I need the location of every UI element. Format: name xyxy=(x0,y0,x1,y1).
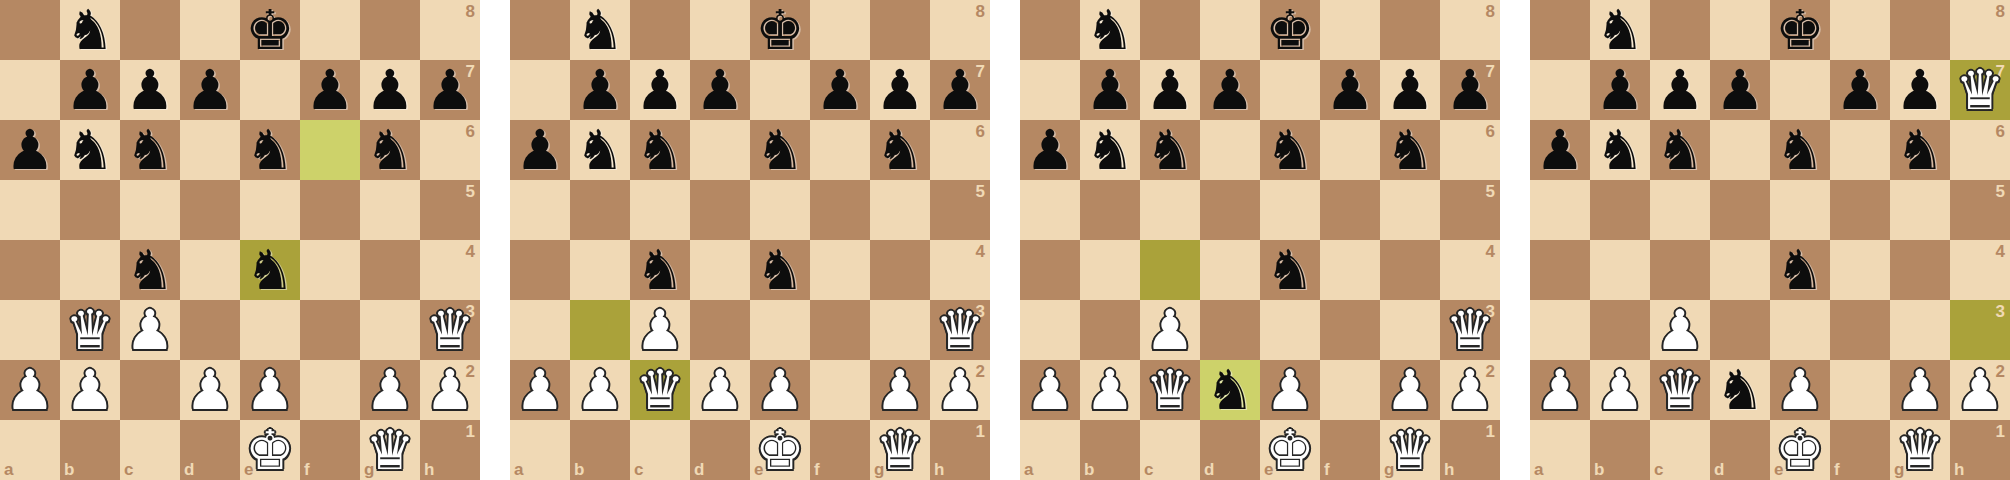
square-b5[interactable] xyxy=(1590,180,1650,240)
square-b4[interactable] xyxy=(1080,240,1140,300)
white-queen[interactable]: ♛ xyxy=(60,300,120,360)
square-b3[interactable] xyxy=(1590,300,1650,360)
square-a1[interactable]: a xyxy=(1020,420,1080,480)
square-d2[interactable]: ♟ xyxy=(690,360,750,420)
white-queen[interactable]: ♛ xyxy=(1440,300,1500,360)
square-b3[interactable] xyxy=(570,300,630,360)
square-a7[interactable] xyxy=(1020,60,1080,120)
square-e6[interactable]: ♞ xyxy=(240,120,300,180)
black-pawn[interactable]: ♟ xyxy=(1380,60,1440,120)
black-knight[interactable]: ♞ xyxy=(1260,240,1320,300)
square-e1[interactable]: e♚ xyxy=(1770,420,1830,480)
square-d5[interactable] xyxy=(180,180,240,240)
square-d5[interactable] xyxy=(1200,180,1260,240)
square-b8[interactable]: ♞ xyxy=(60,0,120,60)
black-king[interactable]: ♚ xyxy=(1260,0,1320,60)
square-f2[interactable] xyxy=(1830,360,1890,420)
square-b6[interactable]: ♞ xyxy=(1590,120,1650,180)
white-pawn[interactable]: ♟ xyxy=(1530,360,1590,420)
square-f8[interactable] xyxy=(1830,0,1890,60)
square-e3[interactable] xyxy=(1260,300,1320,360)
square-c2[interactable] xyxy=(120,360,180,420)
square-g6[interactable]: ♞ xyxy=(870,120,930,180)
square-d4[interactable] xyxy=(1200,240,1260,300)
square-e5[interactable] xyxy=(240,180,300,240)
square-g3[interactable] xyxy=(360,300,420,360)
square-c4[interactable]: ♞ xyxy=(630,240,690,300)
square-e7[interactable] xyxy=(1770,60,1830,120)
square-e4[interactable]: ♞ xyxy=(1260,240,1320,300)
square-c3[interactable]: ♟ xyxy=(630,300,690,360)
square-b5[interactable] xyxy=(570,180,630,240)
square-e8[interactable]: ♚ xyxy=(1770,0,1830,60)
square-g6[interactable]: ♞ xyxy=(1890,120,1950,180)
square-d4[interactable] xyxy=(180,240,240,300)
square-e2[interactable]: ♟ xyxy=(1770,360,1830,420)
black-pawn[interactable]: ♟ xyxy=(60,60,120,120)
black-knight[interactable]: ♞ xyxy=(1080,120,1140,180)
white-pawn[interactable]: ♟ xyxy=(1260,360,1320,420)
square-d7[interactable]: ♟ xyxy=(1200,60,1260,120)
square-b4[interactable] xyxy=(570,240,630,300)
square-b6[interactable]: ♞ xyxy=(60,120,120,180)
square-g4[interactable] xyxy=(1380,240,1440,300)
square-h3[interactable]: 3 xyxy=(1950,300,2010,360)
square-b8[interactable]: ♞ xyxy=(1080,0,1140,60)
square-a8[interactable] xyxy=(0,0,60,60)
black-knight[interactable]: ♞ xyxy=(750,120,810,180)
square-d1[interactable]: d xyxy=(1710,420,1770,480)
square-c6[interactable]: ♞ xyxy=(1140,120,1200,180)
black-pawn[interactable]: ♟ xyxy=(510,120,570,180)
square-e2[interactable]: ♟ xyxy=(240,360,300,420)
black-pawn[interactable]: ♟ xyxy=(690,60,750,120)
square-f6[interactable] xyxy=(1830,120,1890,180)
square-h1[interactable]: 1h xyxy=(1440,420,1500,480)
black-pawn[interactable]: ♟ xyxy=(1590,60,1650,120)
square-h7[interactable]: 7♟ xyxy=(930,60,990,120)
black-knight[interactable]: ♞ xyxy=(870,120,930,180)
square-g5[interactable] xyxy=(870,180,930,240)
square-e1[interactable]: e♚ xyxy=(750,420,810,480)
black-pawn[interactable]: ♟ xyxy=(420,60,480,120)
square-b4[interactable] xyxy=(60,240,120,300)
square-b2[interactable]: ♟ xyxy=(1080,360,1140,420)
square-c8[interactable] xyxy=(1140,0,1200,60)
white-queen[interactable]: ♛ xyxy=(1140,360,1200,420)
black-king[interactable]: ♚ xyxy=(1770,0,1830,60)
black-pawn[interactable]: ♟ xyxy=(360,60,420,120)
black-pawn[interactable]: ♟ xyxy=(1890,60,1950,120)
square-c2[interactable]: ♛ xyxy=(1140,360,1200,420)
square-f7[interactable]: ♟ xyxy=(300,60,360,120)
square-h6[interactable]: 6 xyxy=(930,120,990,180)
black-pawn[interactable]: ♟ xyxy=(300,60,360,120)
square-h5[interactable]: 5 xyxy=(1950,180,2010,240)
black-knight[interactable]: ♞ xyxy=(1200,360,1260,420)
square-f8[interactable] xyxy=(1320,0,1380,60)
square-h3[interactable]: 3♛ xyxy=(930,300,990,360)
square-d5[interactable] xyxy=(690,180,750,240)
square-c4[interactable] xyxy=(1650,240,1710,300)
square-c4[interactable]: ♞ xyxy=(120,240,180,300)
black-pawn[interactable]: ♟ xyxy=(870,60,930,120)
white-pawn[interactable]: ♟ xyxy=(510,360,570,420)
black-pawn[interactable]: ♟ xyxy=(1320,60,1380,120)
square-g1[interactable]: g♛ xyxy=(1380,420,1440,480)
square-d8[interactable] xyxy=(180,0,240,60)
square-c1[interactable]: c xyxy=(120,420,180,480)
square-h1[interactable]: 1h xyxy=(930,420,990,480)
square-f7[interactable]: ♟ xyxy=(1830,60,1890,120)
black-king[interactable]: ♚ xyxy=(240,0,300,60)
square-h6[interactable]: 6 xyxy=(1440,120,1500,180)
white-pawn[interactable]: ♟ xyxy=(1590,360,1650,420)
square-b3[interactable] xyxy=(1080,300,1140,360)
white-queen[interactable]: ♛ xyxy=(1890,420,1950,480)
black-pawn[interactable]: ♟ xyxy=(1440,60,1500,120)
square-g5[interactable] xyxy=(1380,180,1440,240)
square-h1[interactable]: 1h xyxy=(420,420,480,480)
square-c3[interactable]: ♟ xyxy=(120,300,180,360)
square-e4[interactable]: ♞ xyxy=(1770,240,1830,300)
black-knight[interactable]: ♞ xyxy=(60,120,120,180)
square-h7[interactable]: 7♛ xyxy=(1950,60,2010,120)
square-h8[interactable]: 8 xyxy=(420,0,480,60)
white-pawn[interactable]: ♟ xyxy=(1440,360,1500,420)
square-d8[interactable] xyxy=(1710,0,1770,60)
square-a8[interactable] xyxy=(1020,0,1080,60)
black-knight[interactable]: ♞ xyxy=(750,240,810,300)
black-knight[interactable]: ♞ xyxy=(570,120,630,180)
square-g3[interactable] xyxy=(870,300,930,360)
square-g4[interactable] xyxy=(1890,240,1950,300)
square-a4[interactable] xyxy=(1530,240,1590,300)
white-pawn[interactable]: ♟ xyxy=(1650,300,1710,360)
square-a6[interactable]: ♟ xyxy=(1530,120,1590,180)
white-queen[interactable]: ♛ xyxy=(870,420,930,480)
square-b5[interactable] xyxy=(1080,180,1140,240)
square-b3[interactable]: ♛ xyxy=(60,300,120,360)
white-pawn[interactable]: ♟ xyxy=(1080,360,1140,420)
square-e2[interactable]: ♟ xyxy=(1260,360,1320,420)
square-g2[interactable]: ♟ xyxy=(1890,360,1950,420)
square-g1[interactable]: g♛ xyxy=(1890,420,1950,480)
white-pawn[interactable]: ♟ xyxy=(0,360,60,420)
square-a3[interactable] xyxy=(0,300,60,360)
square-f7[interactable]: ♟ xyxy=(810,60,870,120)
white-queen[interactable]: ♛ xyxy=(360,420,420,480)
square-a5[interactable] xyxy=(510,180,570,240)
square-c4[interactable] xyxy=(1140,240,1200,300)
square-g3[interactable] xyxy=(1380,300,1440,360)
white-pawn[interactable]: ♟ xyxy=(930,360,990,420)
white-queen[interactable]: ♛ xyxy=(420,300,480,360)
black-knight[interactable]: ♞ xyxy=(60,0,120,60)
white-pawn[interactable]: ♟ xyxy=(60,360,120,420)
square-g6[interactable]: ♞ xyxy=(360,120,420,180)
square-e8[interactable]: ♚ xyxy=(750,0,810,60)
black-knight[interactable]: ♞ xyxy=(240,120,300,180)
square-e7[interactable] xyxy=(1260,60,1320,120)
square-d1[interactable]: d xyxy=(690,420,750,480)
black-knight[interactable]: ♞ xyxy=(630,120,690,180)
black-knight[interactable]: ♞ xyxy=(120,240,180,300)
square-c5[interactable] xyxy=(630,180,690,240)
square-b8[interactable]: ♞ xyxy=(1590,0,1650,60)
square-c6[interactable]: ♞ xyxy=(120,120,180,180)
black-pawn[interactable]: ♟ xyxy=(1650,60,1710,120)
square-c3[interactable]: ♟ xyxy=(1140,300,1200,360)
square-g2[interactable]: ♟ xyxy=(870,360,930,420)
square-g8[interactable] xyxy=(1380,0,1440,60)
square-d2[interactable]: ♞ xyxy=(1710,360,1770,420)
square-c5[interactable] xyxy=(1140,180,1200,240)
square-c3[interactable]: ♟ xyxy=(1650,300,1710,360)
square-h3[interactable]: 3♛ xyxy=(420,300,480,360)
square-d2[interactable]: ♞ xyxy=(1200,360,1260,420)
square-f4[interactable] xyxy=(1320,240,1380,300)
square-a6[interactable]: ♟ xyxy=(510,120,570,180)
square-h2[interactable]: 2♟ xyxy=(930,360,990,420)
black-knight[interactable]: ♞ xyxy=(1650,120,1710,180)
square-a4[interactable] xyxy=(1020,240,1080,300)
square-h1[interactable]: 1h xyxy=(1950,420,2010,480)
square-e1[interactable]: e♚ xyxy=(1260,420,1320,480)
square-a6[interactable]: ♟ xyxy=(1020,120,1080,180)
square-b1[interactable]: b xyxy=(1590,420,1650,480)
black-knight[interactable]: ♞ xyxy=(1080,0,1140,60)
square-b7[interactable]: ♟ xyxy=(570,60,630,120)
square-g7[interactable]: ♟ xyxy=(360,60,420,120)
square-e5[interactable] xyxy=(1770,180,1830,240)
black-pawn[interactable]: ♟ xyxy=(180,60,240,120)
square-f1[interactable]: f xyxy=(1830,420,1890,480)
black-pawn[interactable]: ♟ xyxy=(570,60,630,120)
square-a6[interactable]: ♟ xyxy=(0,120,60,180)
white-pawn[interactable]: ♟ xyxy=(570,360,630,420)
square-f4[interactable] xyxy=(1830,240,1890,300)
square-c8[interactable] xyxy=(630,0,690,60)
square-h7[interactable]: 7♟ xyxy=(420,60,480,120)
white-king[interactable]: ♚ xyxy=(1260,420,1320,480)
square-e5[interactable] xyxy=(1260,180,1320,240)
square-a1[interactable]: a xyxy=(1530,420,1590,480)
square-g8[interactable] xyxy=(870,0,930,60)
square-a8[interactable] xyxy=(1530,0,1590,60)
black-pawn[interactable]: ♟ xyxy=(930,60,990,120)
square-f1[interactable]: f xyxy=(810,420,870,480)
square-c7[interactable]: ♟ xyxy=(1140,60,1200,120)
square-f4[interactable] xyxy=(300,240,360,300)
square-f8[interactable] xyxy=(810,0,870,60)
square-f4[interactable] xyxy=(810,240,870,300)
white-pawn[interactable]: ♟ xyxy=(120,300,180,360)
square-h2[interactable]: 2♟ xyxy=(1950,360,2010,420)
white-king[interactable]: ♚ xyxy=(1770,420,1830,480)
white-pawn[interactable]: ♟ xyxy=(1770,360,1830,420)
square-d8[interactable] xyxy=(690,0,750,60)
square-e4[interactable]: ♞ xyxy=(750,240,810,300)
square-f6[interactable] xyxy=(300,120,360,180)
square-c8[interactable] xyxy=(120,0,180,60)
black-pawn[interactable]: ♟ xyxy=(1080,60,1140,120)
square-b8[interactable]: ♞ xyxy=(570,0,630,60)
square-b6[interactable]: ♞ xyxy=(1080,120,1140,180)
square-g2[interactable]: ♟ xyxy=(1380,360,1440,420)
square-a4[interactable] xyxy=(0,240,60,300)
square-h4[interactable]: 4 xyxy=(930,240,990,300)
square-e7[interactable] xyxy=(750,60,810,120)
black-pawn[interactable]: ♟ xyxy=(1140,60,1200,120)
square-b1[interactable]: b xyxy=(570,420,630,480)
square-e2[interactable]: ♟ xyxy=(750,360,810,420)
white-pawn[interactable]: ♟ xyxy=(630,300,690,360)
black-king[interactable]: ♚ xyxy=(750,0,810,60)
black-knight[interactable]: ♞ xyxy=(1380,120,1440,180)
square-d7[interactable]: ♟ xyxy=(180,60,240,120)
square-h7[interactable]: 7♟ xyxy=(1440,60,1500,120)
square-g4[interactable] xyxy=(360,240,420,300)
white-king[interactable]: ♚ xyxy=(240,420,300,480)
white-pawn[interactable]: ♟ xyxy=(1380,360,1440,420)
white-pawn[interactable]: ♟ xyxy=(1950,360,2010,420)
square-b1[interactable]: b xyxy=(1080,420,1140,480)
square-g4[interactable] xyxy=(870,240,930,300)
square-b4[interactable] xyxy=(1590,240,1650,300)
square-a1[interactable]: a xyxy=(510,420,570,480)
square-h2[interactable]: 2♟ xyxy=(1440,360,1500,420)
white-pawn[interactable]: ♟ xyxy=(690,360,750,420)
square-f3[interactable] xyxy=(810,300,870,360)
black-pawn[interactable]: ♟ xyxy=(1530,120,1590,180)
square-h8[interactable]: 8 xyxy=(1950,0,2010,60)
square-g8[interactable] xyxy=(1890,0,1950,60)
square-c7[interactable]: ♟ xyxy=(120,60,180,120)
black-pawn[interactable]: ♟ xyxy=(630,60,690,120)
white-pawn[interactable]: ♟ xyxy=(240,360,300,420)
square-f1[interactable]: f xyxy=(300,420,360,480)
black-knight[interactable]: ♞ xyxy=(1770,120,1830,180)
square-d4[interactable] xyxy=(1710,240,1770,300)
square-b5[interactable] xyxy=(60,180,120,240)
square-d3[interactable] xyxy=(1200,300,1260,360)
square-d1[interactable]: d xyxy=(180,420,240,480)
square-b7[interactable]: ♟ xyxy=(1080,60,1140,120)
square-g2[interactable]: ♟ xyxy=(360,360,420,420)
square-d5[interactable] xyxy=(1710,180,1770,240)
square-a7[interactable] xyxy=(0,60,60,120)
square-b2[interactable]: ♟ xyxy=(570,360,630,420)
square-g6[interactable]: ♞ xyxy=(1380,120,1440,180)
square-h6[interactable]: 6 xyxy=(1950,120,2010,180)
square-f5[interactable] xyxy=(810,180,870,240)
square-f3[interactable] xyxy=(1320,300,1380,360)
square-h4[interactable]: 4 xyxy=(1950,240,2010,300)
square-d1[interactable]: d xyxy=(1200,420,1260,480)
black-knight[interactable]: ♞ xyxy=(240,240,300,300)
square-a2[interactable]: ♟ xyxy=(0,360,60,420)
white-pawn[interactable]: ♟ xyxy=(360,360,420,420)
white-queen[interactable]: ♛ xyxy=(1380,420,1440,480)
square-d6[interactable] xyxy=(1200,120,1260,180)
square-c1[interactable]: c xyxy=(1650,420,1710,480)
square-a2[interactable]: ♟ xyxy=(510,360,570,420)
square-h2[interactable]: 2♟ xyxy=(420,360,480,420)
square-a5[interactable] xyxy=(1530,180,1590,240)
square-e3[interactable] xyxy=(1770,300,1830,360)
square-h4[interactable]: 4 xyxy=(1440,240,1500,300)
square-b2[interactable]: ♟ xyxy=(1590,360,1650,420)
black-knight[interactable]: ♞ xyxy=(1140,120,1200,180)
square-a3[interactable] xyxy=(1530,300,1590,360)
white-pawn[interactable]: ♟ xyxy=(180,360,240,420)
square-b7[interactable]: ♟ xyxy=(1590,60,1650,120)
square-g1[interactable]: g♛ xyxy=(870,420,930,480)
square-d3[interactable] xyxy=(690,300,750,360)
square-f8[interactable] xyxy=(300,0,360,60)
square-d6[interactable] xyxy=(1710,120,1770,180)
black-pawn[interactable]: ♟ xyxy=(810,60,870,120)
square-a2[interactable]: ♟ xyxy=(1530,360,1590,420)
square-d7[interactable]: ♟ xyxy=(690,60,750,120)
square-c2[interactable]: ♛ xyxy=(1650,360,1710,420)
square-h3[interactable]: 3♛ xyxy=(1440,300,1500,360)
square-f7[interactable]: ♟ xyxy=(1320,60,1380,120)
black-pawn[interactable]: ♟ xyxy=(1830,60,1890,120)
black-pawn[interactable]: ♟ xyxy=(1020,120,1080,180)
square-c7[interactable]: ♟ xyxy=(630,60,690,120)
black-knight[interactable]: ♞ xyxy=(1590,0,1650,60)
white-pawn[interactable]: ♟ xyxy=(1140,300,1200,360)
black-pawn[interactable]: ♟ xyxy=(1710,60,1770,120)
square-a4[interactable] xyxy=(510,240,570,300)
square-h4[interactable]: 4 xyxy=(420,240,480,300)
square-h6[interactable]: 6 xyxy=(420,120,480,180)
square-f5[interactable] xyxy=(1320,180,1380,240)
square-e6[interactable]: ♞ xyxy=(1260,120,1320,180)
square-e6[interactable]: ♞ xyxy=(1770,120,1830,180)
square-f2[interactable] xyxy=(1320,360,1380,420)
square-b2[interactable]: ♟ xyxy=(60,360,120,420)
square-g3[interactable] xyxy=(1890,300,1950,360)
square-f6[interactable] xyxy=(1320,120,1380,180)
square-c7[interactable]: ♟ xyxy=(1650,60,1710,120)
square-f1[interactable]: f xyxy=(1320,420,1380,480)
white-pawn[interactable]: ♟ xyxy=(1020,360,1080,420)
black-knight[interactable]: ♞ xyxy=(1590,120,1650,180)
white-pawn[interactable]: ♟ xyxy=(750,360,810,420)
square-g7[interactable]: ♟ xyxy=(870,60,930,120)
square-a7[interactable] xyxy=(1530,60,1590,120)
black-knight[interactable]: ♞ xyxy=(630,240,690,300)
square-a7[interactable] xyxy=(510,60,570,120)
white-queen[interactable]: ♛ xyxy=(630,360,690,420)
square-a1[interactable]: a xyxy=(0,420,60,480)
square-h5[interactable]: 5 xyxy=(930,180,990,240)
square-g1[interactable]: g♛ xyxy=(360,420,420,480)
black-knight[interactable]: ♞ xyxy=(1770,240,1830,300)
square-f2[interactable] xyxy=(810,360,870,420)
square-e5[interactable] xyxy=(750,180,810,240)
black-pawn[interactable]: ♟ xyxy=(120,60,180,120)
square-a3[interactable] xyxy=(1020,300,1080,360)
square-f5[interactable] xyxy=(300,180,360,240)
square-d2[interactable]: ♟ xyxy=(180,360,240,420)
square-h8[interactable]: 8 xyxy=(930,0,990,60)
square-h5[interactable]: 5 xyxy=(1440,180,1500,240)
square-c1[interactable]: c xyxy=(630,420,690,480)
